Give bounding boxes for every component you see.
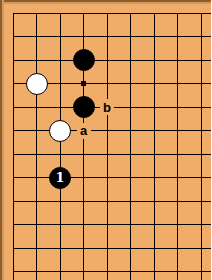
black-stone — [73, 96, 95, 118]
move-number: 1 — [55, 171, 64, 184]
grid-line-horizontal — [13, 154, 212, 155]
board-frame-edge — [0, 2, 211, 4]
grid-line-horizontal — [13, 201, 212, 202]
point-label-a: a — [77, 123, 91, 139]
grid-line-vertical — [36, 13, 37, 280]
grid-line-horizontal — [13, 248, 212, 249]
grid-line-horizontal — [13, 36, 212, 37]
white-stone — [26, 73, 48, 95]
black-stone: 1 — [49, 167, 71, 189]
grid-line-horizontal — [13, 13, 212, 14]
black-stone — [73, 49, 95, 71]
grid-line-vertical — [60, 13, 61, 280]
board-frame-edge — [2, 0, 4, 280]
grid-line-vertical — [107, 13, 108, 280]
grid-line-vertical — [13, 13, 14, 280]
white-stone — [49, 120, 71, 142]
grid-line-vertical — [154, 13, 155, 280]
grid-line-horizontal — [13, 271, 212, 272]
grid-line-horizontal — [13, 177, 212, 178]
grid-line-vertical — [130, 13, 131, 280]
grid-line-horizontal — [13, 224, 212, 225]
hoshi-star-point-marker — [81, 81, 86, 86]
grid-line-horizontal — [13, 60, 212, 61]
grid-line-horizontal — [13, 130, 212, 131]
grid-line-vertical — [201, 13, 202, 280]
point-label-b: b — [100, 99, 114, 115]
go-board: ab1 — [0, 0, 211, 280]
grid-line-vertical — [177, 13, 178, 280]
